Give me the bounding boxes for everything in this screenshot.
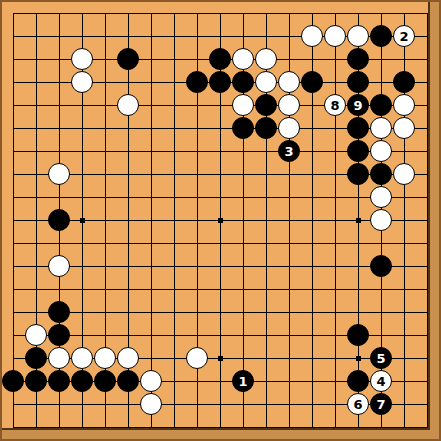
star-point <box>218 218 223 223</box>
black-stone <box>94 370 116 392</box>
black-stone <box>347 370 369 392</box>
move-number-label: 9 <box>353 99 362 112</box>
go-board: 289351467 <box>0 0 441 441</box>
black-stone <box>2 370 24 392</box>
white-stone <box>94 347 116 369</box>
star-point <box>80 218 85 223</box>
black-stone <box>347 71 369 93</box>
white-stone <box>347 25 369 47</box>
move-number-label: 2 <box>399 30 408 43</box>
white-stone <box>370 209 392 231</box>
white-stone <box>48 255 70 277</box>
black-stone <box>347 163 369 185</box>
white-stone <box>255 71 277 93</box>
move-number-label: 4 <box>376 375 385 388</box>
move-number-label: 3 <box>284 145 293 158</box>
star-point <box>218 356 223 361</box>
black-stone: 1 <box>232 370 254 392</box>
move-number-label: 7 <box>376 398 385 411</box>
white-stone <box>370 186 392 208</box>
white-stone <box>324 25 346 47</box>
white-stone <box>117 347 139 369</box>
black-stone <box>347 140 369 162</box>
white-stone <box>71 71 93 93</box>
white-stone <box>301 25 323 47</box>
black-stone <box>117 370 139 392</box>
move-number-label: 6 <box>353 398 362 411</box>
black-stone: 5 <box>370 347 392 369</box>
white-stone <box>140 393 162 415</box>
white-stone <box>140 370 162 392</box>
black-stone <box>117 48 139 70</box>
white-stone <box>71 347 93 369</box>
white-stone <box>117 94 139 116</box>
black-stone <box>48 324 70 346</box>
black-stone: 3 <box>278 140 300 162</box>
black-stone <box>48 301 70 323</box>
white-stone <box>393 117 415 139</box>
black-stone <box>347 48 369 70</box>
white-stone <box>278 71 300 93</box>
white-stone <box>186 347 208 369</box>
black-stone <box>186 71 208 93</box>
black-stone <box>209 71 231 93</box>
black-stone <box>71 370 93 392</box>
black-stone <box>370 163 392 185</box>
black-stone <box>255 117 277 139</box>
move-number-label: 8 <box>330 99 339 112</box>
black-stone <box>209 48 231 70</box>
star-point <box>356 218 361 223</box>
black-stone <box>232 117 254 139</box>
white-stone <box>278 94 300 116</box>
white-stone <box>48 347 70 369</box>
move-number-label: 5 <box>376 352 385 365</box>
white-stone <box>370 117 392 139</box>
white-stone <box>71 48 93 70</box>
black-stone <box>347 324 369 346</box>
black-stone <box>48 209 70 231</box>
white-stone <box>232 48 254 70</box>
white-stone <box>393 94 415 116</box>
white-stone: 2 <box>393 25 415 47</box>
move-number-label: 1 <box>238 375 247 388</box>
white-stone <box>232 94 254 116</box>
black-stone <box>370 94 392 116</box>
white-stone <box>278 117 300 139</box>
white-stone <box>255 48 277 70</box>
black-stone: 9 <box>347 94 369 116</box>
black-stone <box>370 255 392 277</box>
white-stone: 6 <box>347 393 369 415</box>
black-stone <box>232 71 254 93</box>
black-stone <box>25 370 47 392</box>
black-stone <box>255 94 277 116</box>
white-stone <box>25 324 47 346</box>
black-stone <box>48 370 70 392</box>
white-stone: 8 <box>324 94 346 116</box>
black-stone <box>25 347 47 369</box>
black-stone <box>393 71 415 93</box>
black-stone <box>301 71 323 93</box>
black-stone <box>370 25 392 47</box>
star-point <box>356 356 361 361</box>
black-stone: 7 <box>370 393 392 415</box>
white-stone <box>393 163 415 185</box>
white-stone: 4 <box>370 370 392 392</box>
black-stone <box>347 117 369 139</box>
white-stone <box>370 140 392 162</box>
white-stone <box>48 163 70 185</box>
